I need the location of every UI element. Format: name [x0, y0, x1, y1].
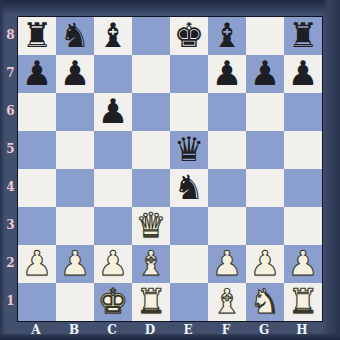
square-e5[interactable]: ♛ [170, 131, 208, 169]
square-f4[interactable] [208, 169, 246, 207]
frame-top-edge [0, 0, 340, 14]
file-label-g: G [245, 321, 283, 338]
square-g2[interactable]: ♟ [246, 245, 284, 283]
file-label-e: E [169, 321, 207, 338]
square-e7[interactable] [170, 55, 208, 93]
rank-label-8: 8 [0, 16, 17, 54]
piece-white-pawn-f2[interactable]: ♟ [212, 246, 242, 280]
square-c7[interactable] [94, 55, 132, 93]
square-f8[interactable]: ♝ [208, 17, 246, 55]
piece-black-pawn-c6[interactable]: ♟ [98, 94, 128, 128]
frame-right-edge [322, 0, 340, 340]
file-label-c: C [93, 321, 131, 338]
square-h6[interactable] [284, 93, 322, 131]
square-b2[interactable]: ♟ [56, 245, 94, 283]
piece-black-pawn-f7[interactable]: ♟ [212, 56, 242, 90]
piece-black-rook-a8[interactable]: ♜ [22, 18, 52, 52]
piece-white-king-c1[interactable]: ♚ [98, 284, 128, 318]
square-a2[interactable]: ♟ [18, 245, 56, 283]
piece-black-knight-e4[interactable]: ♞ [174, 170, 204, 204]
square-e4[interactable]: ♞ [170, 169, 208, 207]
square-g8[interactable] [246, 17, 284, 55]
piece-black-pawn-b7[interactable]: ♟ [60, 56, 90, 90]
square-b7[interactable]: ♟ [56, 55, 94, 93]
square-f3[interactable] [208, 207, 246, 245]
piece-white-pawn-b2[interactable]: ♟ [60, 246, 90, 280]
square-c5[interactable] [94, 131, 132, 169]
square-e6[interactable] [170, 93, 208, 131]
square-c1[interactable]: ♚ [94, 283, 132, 321]
piece-white-knight-g1[interactable]: ♞ [250, 284, 280, 318]
rank-label-4: 4 [0, 168, 17, 206]
rank-label-1: 1 [0, 282, 17, 320]
square-e3[interactable] [170, 207, 208, 245]
square-h5[interactable] [284, 131, 322, 169]
rank-label-6: 6 [0, 92, 17, 130]
square-b4[interactable] [56, 169, 94, 207]
rank-labels: 87654321 [0, 16, 17, 320]
piece-black-pawn-h7[interactable]: ♟ [288, 56, 318, 90]
piece-black-king-e8[interactable]: ♚ [174, 18, 204, 52]
piece-white-pawn-h2[interactable]: ♟ [288, 246, 318, 280]
square-f5[interactable] [208, 131, 246, 169]
rank-label-7: 7 [0, 54, 17, 92]
square-g3[interactable] [246, 207, 284, 245]
square-c4[interactable] [94, 169, 132, 207]
piece-white-pawn-g2[interactable]: ♟ [250, 246, 280, 280]
square-a8[interactable]: ♜ [18, 17, 56, 55]
piece-white-rook-h1[interactable]: ♜ [288, 284, 318, 318]
piece-white-queen-d3[interactable]: ♛ [136, 208, 166, 242]
square-d5[interactable] [132, 131, 170, 169]
square-e1[interactable] [170, 283, 208, 321]
piece-white-bishop-f1[interactable]: ♝ [212, 284, 242, 318]
square-d3[interactable]: ♛ [132, 207, 170, 245]
square-a7[interactable]: ♟ [18, 55, 56, 93]
square-d8[interactable] [132, 17, 170, 55]
square-g5[interactable] [246, 131, 284, 169]
file-label-f: F [207, 321, 245, 338]
piece-white-pawn-c2[interactable]: ♟ [98, 246, 128, 280]
square-c8[interactable]: ♝ [94, 17, 132, 55]
square-c2[interactable]: ♟ [94, 245, 132, 283]
piece-black-bishop-c8[interactable]: ♝ [98, 18, 128, 52]
file-label-a: A [17, 321, 55, 338]
square-d6[interactable] [132, 93, 170, 131]
rank-label-2: 2 [0, 244, 17, 282]
square-b3[interactable] [56, 207, 94, 245]
square-h3[interactable] [284, 207, 322, 245]
file-label-b: B [55, 321, 93, 338]
piece-black-queen-e5[interactable]: ♛ [174, 132, 204, 166]
square-e8[interactable]: ♚ [170, 17, 208, 55]
square-e2[interactable] [170, 245, 208, 283]
piece-black-knight-b8[interactable]: ♞ [60, 18, 90, 52]
square-c3[interactable] [94, 207, 132, 245]
square-c6[interactable]: ♟ [94, 93, 132, 131]
square-g6[interactable] [246, 93, 284, 131]
square-a6[interactable] [18, 93, 56, 131]
piece-black-rook-h8[interactable]: ♜ [288, 18, 318, 52]
square-f1[interactable]: ♝ [208, 283, 246, 321]
file-labels: ABCDEFGH [17, 321, 321, 338]
square-a3[interactable] [18, 207, 56, 245]
square-b6[interactable] [56, 93, 94, 131]
rank-label-3: 3 [0, 206, 17, 244]
square-d2[interactable]: ♝ [132, 245, 170, 283]
piece-black-pawn-a7[interactable]: ♟ [22, 56, 52, 90]
square-h1[interactable]: ♜ [284, 283, 322, 321]
square-b8[interactable]: ♞ [56, 17, 94, 55]
square-d7[interactable] [132, 55, 170, 93]
square-g1[interactable]: ♞ [246, 283, 284, 321]
chess-board: ♜♞♝♚♝♜♟♟♟♟♟♟♛♞♛♟♟♟♝♟♟♟♚♜♝♞♜ [17, 16, 323, 322]
piece-white-bishop-d2[interactable]: ♝ [136, 246, 166, 280]
square-a1[interactable] [18, 283, 56, 321]
square-d4[interactable] [132, 169, 170, 207]
piece-black-bishop-f8[interactable]: ♝ [212, 18, 242, 52]
chess-board-frame: 87654321 ABCDEFGH ♜♞♝♚♝♜♟♟♟♟♟♟♛♞♛♟♟♟♝♟♟♟… [0, 0, 340, 340]
square-h2[interactable]: ♟ [284, 245, 322, 283]
square-a5[interactable] [18, 131, 56, 169]
square-h7[interactable]: ♟ [284, 55, 322, 93]
piece-black-pawn-g7[interactable]: ♟ [250, 56, 280, 90]
piece-white-pawn-a2[interactable]: ♟ [22, 246, 52, 280]
file-label-d: D [131, 321, 169, 338]
square-g7[interactable]: ♟ [246, 55, 284, 93]
square-b1[interactable] [56, 283, 94, 321]
file-label-h: H [283, 321, 321, 338]
square-h4[interactable] [284, 169, 322, 207]
rank-label-5: 5 [0, 130, 17, 168]
piece-white-rook-d1[interactable]: ♜ [136, 284, 166, 318]
square-f2[interactable]: ♟ [208, 245, 246, 283]
square-a4[interactable] [18, 169, 56, 207]
square-g4[interactable] [246, 169, 284, 207]
square-b5[interactable] [56, 131, 94, 169]
square-h8[interactable]: ♜ [284, 17, 322, 55]
square-d1[interactable]: ♜ [132, 283, 170, 321]
square-f6[interactable] [208, 93, 246, 131]
square-f7[interactable]: ♟ [208, 55, 246, 93]
